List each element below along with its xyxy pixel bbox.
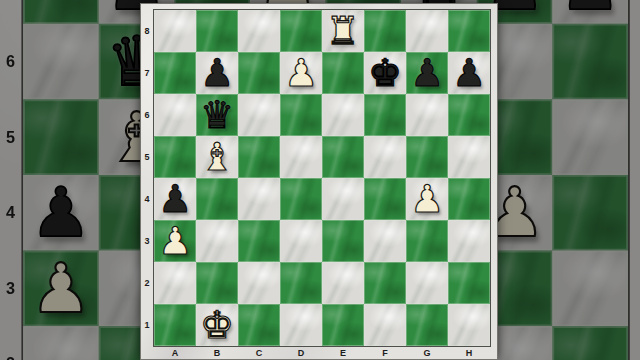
square-b4[interactable] bbox=[196, 178, 238, 220]
square-b6[interactable]: ♛ bbox=[196, 94, 238, 136]
square-g2[interactable] bbox=[406, 262, 448, 304]
square-a7 bbox=[23, 0, 99, 24]
file-label-a: A bbox=[154, 347, 196, 360]
square-d3[interactable] bbox=[280, 220, 322, 262]
square-h8[interactable] bbox=[448, 10, 490, 52]
square-d6[interactable] bbox=[280, 94, 322, 136]
white-pawn: ♟ bbox=[280, 52, 322, 94]
square-h2[interactable] bbox=[448, 262, 490, 304]
square-f8[interactable] bbox=[364, 10, 406, 52]
rank-label-7: 7 bbox=[141, 52, 153, 94]
square-h5[interactable] bbox=[448, 136, 490, 178]
square-a1[interactable] bbox=[154, 304, 196, 346]
square-f4[interactable] bbox=[364, 178, 406, 220]
rank-label-4: 4 bbox=[0, 175, 21, 251]
square-d5[interactable] bbox=[280, 136, 322, 178]
file-label-d: D bbox=[280, 347, 322, 360]
square-f5[interactable] bbox=[364, 136, 406, 178]
square-b2[interactable] bbox=[196, 262, 238, 304]
black-pawn: ♟ bbox=[154, 178, 196, 220]
square-a5[interactable] bbox=[154, 136, 196, 178]
black-pawn: ♟ bbox=[448, 52, 490, 94]
square-b5[interactable]: ♝ bbox=[196, 136, 238, 178]
square-h6 bbox=[552, 24, 628, 100]
rank-label-6: 6 bbox=[0, 24, 21, 100]
white-king: ♚ bbox=[196, 304, 238, 346]
square-h7[interactable]: ♟ bbox=[448, 52, 490, 94]
square-b1[interactable]: ♚ bbox=[196, 304, 238, 346]
square-c4[interactable] bbox=[238, 178, 280, 220]
file-label-c: C bbox=[238, 347, 280, 360]
file-label-g: G bbox=[406, 347, 448, 360]
square-a4[interactable]: ♟ bbox=[154, 178, 196, 220]
square-c1[interactable] bbox=[238, 304, 280, 346]
main-board-wrapper: ♜♟♟♚♟♟♛♝♟♟♟♚87654321ABCDEFGH bbox=[140, 3, 498, 360]
square-e5[interactable] bbox=[322, 136, 364, 178]
white-pawn: ♟ bbox=[406, 178, 448, 220]
file-label-b: B bbox=[196, 347, 238, 360]
rank-label-4: 4 bbox=[141, 178, 153, 220]
square-a2[interactable] bbox=[154, 262, 196, 304]
square-g5[interactable] bbox=[406, 136, 448, 178]
black-pawn: ♟ bbox=[196, 52, 238, 94]
square-h1[interactable] bbox=[448, 304, 490, 346]
square-h5 bbox=[552, 99, 628, 175]
square-d2[interactable] bbox=[280, 262, 322, 304]
rank-label-3: 3 bbox=[0, 251, 21, 327]
square-c7[interactable] bbox=[238, 52, 280, 94]
square-a3: ♟ bbox=[23, 251, 99, 327]
square-g7[interactable]: ♟ bbox=[406, 52, 448, 94]
square-a2 bbox=[23, 326, 99, 360]
square-d7[interactable]: ♟ bbox=[280, 52, 322, 94]
square-c5[interactable] bbox=[238, 136, 280, 178]
square-a8[interactable] bbox=[154, 10, 196, 52]
black-queen: ♛ bbox=[196, 94, 238, 136]
white-rook: ♜ bbox=[322, 10, 364, 52]
square-f7[interactable]: ♚ bbox=[364, 52, 406, 94]
square-c2[interactable] bbox=[238, 262, 280, 304]
square-h4[interactable] bbox=[448, 178, 490, 220]
square-g3[interactable] bbox=[406, 220, 448, 262]
square-a7[interactable] bbox=[154, 52, 196, 94]
square-g6[interactable] bbox=[406, 94, 448, 136]
square-e2[interactable] bbox=[322, 262, 364, 304]
white-pawn: ♟ bbox=[23, 251, 99, 327]
square-f3[interactable] bbox=[364, 220, 406, 262]
square-h7: ♟ bbox=[552, 0, 628, 24]
square-e4[interactable] bbox=[322, 178, 364, 220]
black-pawn: ♟ bbox=[23, 175, 99, 251]
square-e3[interactable] bbox=[322, 220, 364, 262]
square-h2 bbox=[552, 326, 628, 360]
chess-board: ♜♟♟♚♟♟♛♝♟♟♟♚87654321ABCDEFGH bbox=[140, 3, 498, 360]
file-label-h: H bbox=[448, 347, 490, 360]
square-h3 bbox=[552, 251, 628, 327]
rank-label-6: 6 bbox=[141, 94, 153, 136]
rank-label-5: 5 bbox=[141, 136, 153, 178]
square-c3[interactable] bbox=[238, 220, 280, 262]
rank-label-3: 3 bbox=[141, 220, 153, 262]
rank-label-2: 2 bbox=[141, 262, 153, 304]
rank-label-7: 7 bbox=[0, 0, 21, 24]
square-b8[interactable] bbox=[196, 10, 238, 52]
square-b7[interactable]: ♟ bbox=[196, 52, 238, 94]
square-h4 bbox=[552, 175, 628, 251]
square-a6[interactable] bbox=[154, 94, 196, 136]
white-bishop: ♝ bbox=[196, 136, 238, 178]
playing-area: ♜♟♟♚♟♟♛♝♟♟♟♚ bbox=[154, 10, 490, 346]
square-c8[interactable] bbox=[238, 10, 280, 52]
rank-label-1: 1 bbox=[141, 304, 153, 346]
square-e1[interactable] bbox=[322, 304, 364, 346]
square-f1[interactable] bbox=[364, 304, 406, 346]
black-pawn: ♟ bbox=[552, 0, 628, 24]
rank-label-8: 8 bbox=[141, 10, 153, 52]
square-b3[interactable] bbox=[196, 220, 238, 262]
square-a3[interactable]: ♟ bbox=[154, 220, 196, 262]
black-king: ♚ bbox=[364, 52, 406, 94]
square-c6[interactable] bbox=[238, 94, 280, 136]
square-e7[interactable] bbox=[322, 52, 364, 94]
square-f6[interactable] bbox=[364, 94, 406, 136]
square-d1[interactable] bbox=[280, 304, 322, 346]
square-g8[interactable] bbox=[406, 10, 448, 52]
square-e6[interactable] bbox=[322, 94, 364, 136]
square-a5 bbox=[23, 99, 99, 175]
square-e8[interactable]: ♜ bbox=[322, 10, 364, 52]
square-h6[interactable] bbox=[448, 94, 490, 136]
rank-label-5: 5 bbox=[0, 99, 21, 175]
square-a4: ♟ bbox=[23, 175, 99, 251]
square-g1[interactable] bbox=[406, 304, 448, 346]
square-d4[interactable] bbox=[280, 178, 322, 220]
square-a6 bbox=[23, 24, 99, 100]
video-frame: ♜♟♟♚♟♟♛♝♟♟♟♚87654321ABCDEFGH ♜♟♟♚♟♟♛♝♟♟♟… bbox=[0, 0, 640, 360]
square-d8[interactable] bbox=[280, 10, 322, 52]
square-h3[interactable] bbox=[448, 220, 490, 262]
square-g4[interactable]: ♟ bbox=[406, 178, 448, 220]
file-label-f: F bbox=[364, 347, 406, 360]
black-pawn: ♟ bbox=[406, 52, 448, 94]
square-f2[interactable] bbox=[364, 262, 406, 304]
rank-label-2: 2 bbox=[0, 326, 21, 360]
file-label-e: E bbox=[322, 347, 364, 360]
white-pawn: ♟ bbox=[154, 220, 196, 262]
